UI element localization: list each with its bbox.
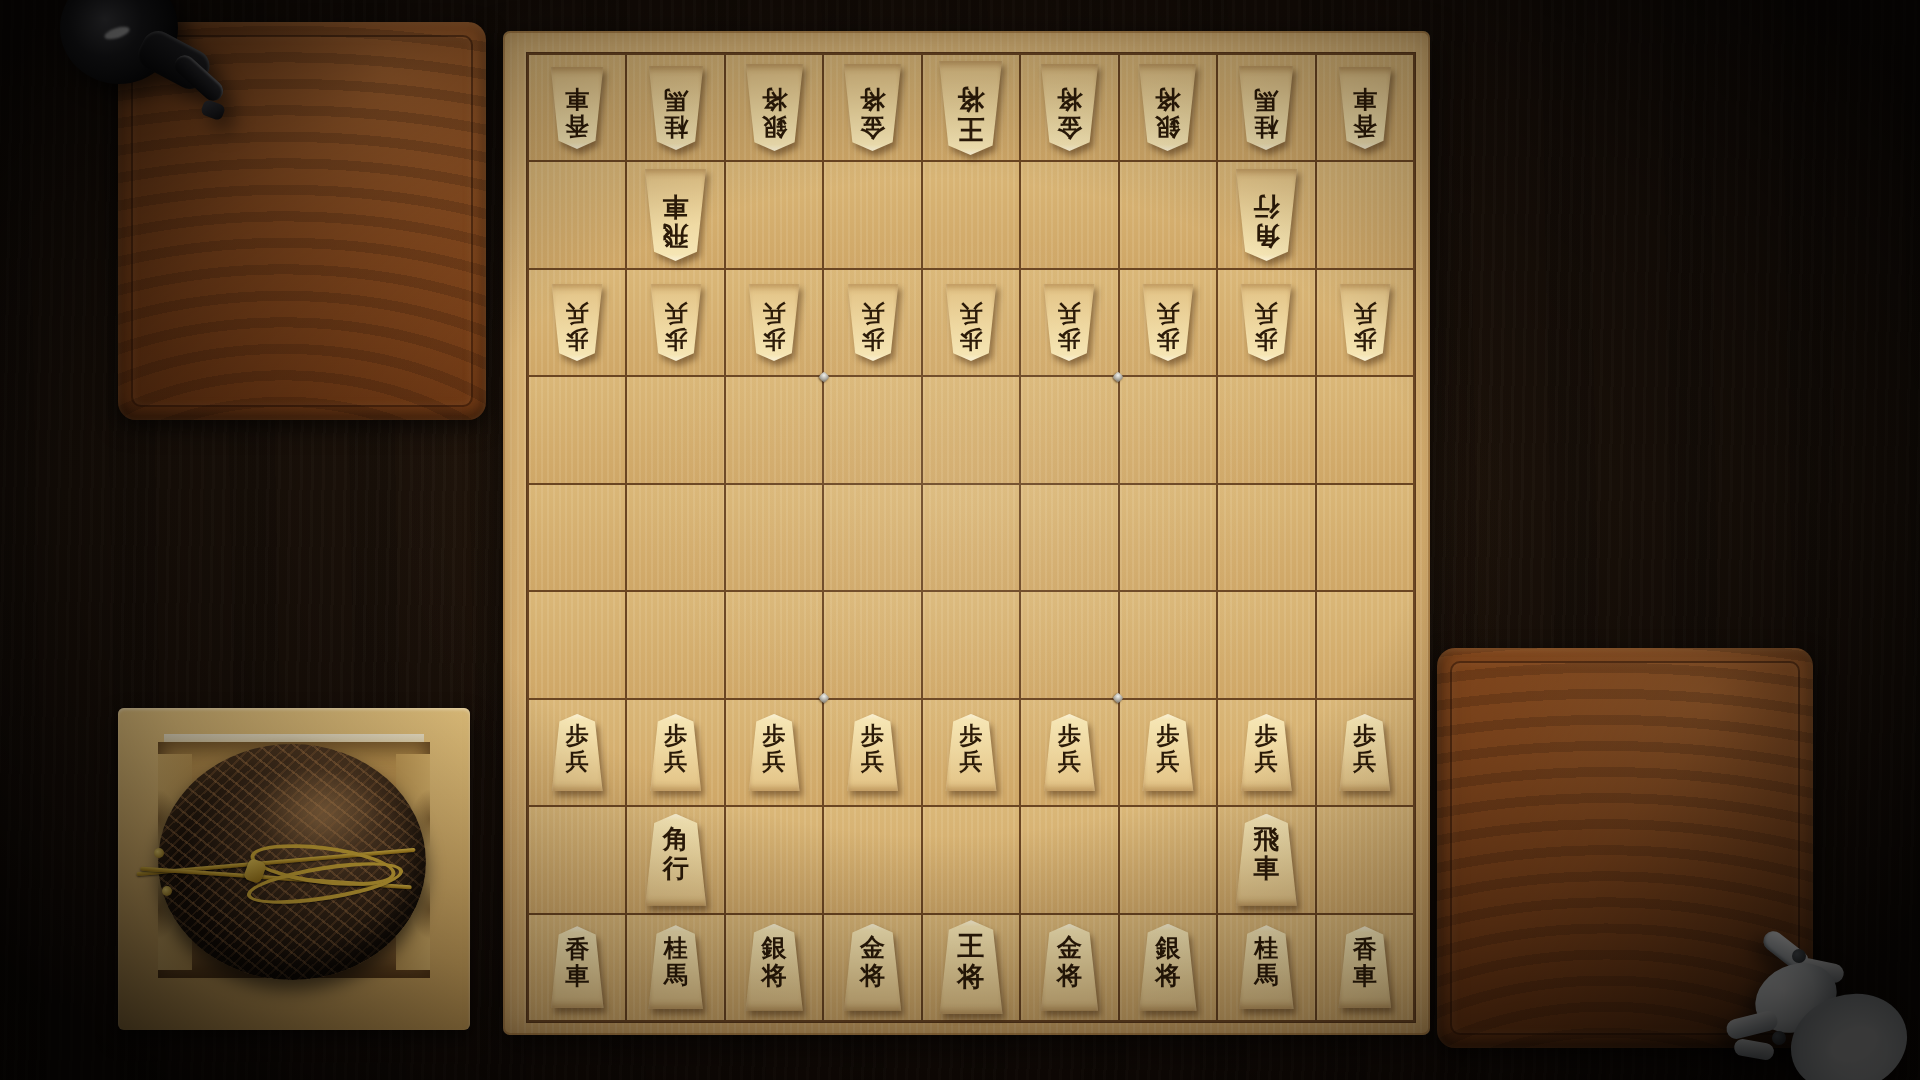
square-5-3[interactable]: 歩兵 — [923, 270, 1019, 375]
piece-kanji: 兵 — [1353, 749, 1376, 775]
piece-face: 歩兵 — [1239, 714, 1293, 791]
square-7-7[interactable]: 歩兵 — [726, 700, 822, 805]
piece-kanji: 兵 — [1255, 749, 1278, 775]
piece-kanji: 飛 — [663, 221, 689, 250]
square-9-9[interactable]: 香車 — [529, 915, 625, 1020]
piece-face: 香車 — [1337, 926, 1393, 1008]
piece-kanji: 車 — [663, 192, 689, 221]
square-1-8[interactable] — [1317, 807, 1413, 912]
square-9-3[interactable]: 歩兵 — [529, 270, 625, 375]
piece-kanji: 兵 — [1255, 301, 1278, 327]
piece-kanji: 歩 — [763, 723, 786, 749]
square-8-4[interactable] — [627, 377, 723, 482]
square-2-9[interactable]: 桂馬 — [1218, 915, 1314, 1020]
piece-sente-pawn[interactable]: 歩兵 — [1338, 714, 1392, 791]
piece-kanji: 車 — [565, 85, 589, 112]
piece-kanji: 歩 — [1058, 326, 1081, 352]
piece-kanji: 兵 — [959, 749, 982, 775]
square-3-8[interactable] — [1120, 807, 1216, 912]
robot-hand — [200, 99, 226, 122]
piece-kanji: 馬 — [664, 962, 688, 989]
square-2-6[interactable] — [1218, 592, 1314, 697]
piece-kanji: 香 — [1353, 936, 1377, 963]
piece-face: 金将 — [1039, 64, 1100, 151]
piece-kanji: 桂 — [1254, 113, 1278, 140]
piece-kanji: 歩 — [1353, 723, 1376, 749]
square-6-8[interactable] — [824, 807, 920, 912]
square-7-8[interactable] — [726, 807, 822, 912]
piece-kanji: 桂 — [664, 935, 688, 962]
square-9-5[interactable] — [529, 485, 625, 590]
piece-sente-lance[interactable]: 香車 — [549, 926, 605, 1008]
piece-kanji: 歩 — [1058, 723, 1081, 749]
piece-face: 金将 — [1039, 924, 1100, 1011]
square-6-7[interactable]: 歩兵 — [824, 700, 920, 805]
square-1-5[interactable] — [1317, 485, 1413, 590]
square-8-7[interactable]: 歩兵 — [627, 700, 723, 805]
piece-sente-knight[interactable]: 桂馬 — [1237, 925, 1295, 1009]
piece-face: 歩兵 — [846, 284, 900, 361]
piece-face: 桂馬 — [647, 66, 705, 150]
piece-sente-pawn[interactable]: 歩兵 — [944, 714, 998, 791]
piece-gote-silver[interactable]: 銀将 — [1137, 64, 1198, 151]
piece-kanji: 金 — [1057, 934, 1082, 962]
piece-face: 金将 — [842, 64, 903, 151]
piece-kanji: 兵 — [763, 301, 786, 327]
piece-sente-pawn[interactable]: 歩兵 — [1141, 714, 1195, 791]
piece-kanji: 将 — [860, 962, 885, 990]
piece-kanji: 香 — [565, 936, 589, 963]
square-3-6[interactable] — [1120, 592, 1216, 697]
bag-cord-tip — [154, 848, 164, 858]
square-5-8[interactable] — [923, 807, 1019, 912]
square-5-7[interactable]: 歩兵 — [923, 700, 1019, 805]
piece-kanji: 歩 — [664, 723, 687, 749]
square-5-4[interactable] — [923, 377, 1019, 482]
square-8-3[interactable]: 歩兵 — [627, 270, 723, 375]
piece-kanji: 歩 — [1156, 326, 1179, 352]
square-6-3[interactable]: 歩兵 — [824, 270, 920, 375]
gote-robot-avatar — [52, 0, 232, 130]
piece-kanji: 金 — [1057, 113, 1082, 141]
piece-kanji: 角 — [663, 825, 689, 854]
piece-gote-knight[interactable]: 桂馬 — [647, 66, 705, 150]
piece-gote-rook[interactable]: 飛車 — [643, 169, 708, 261]
piece-kanji: 馬 — [1254, 962, 1278, 989]
piece-gote-pawn[interactable]: 歩兵 — [1042, 284, 1096, 361]
piece-kanji: 歩 — [861, 723, 884, 749]
piece-kanji: 角 — [1253, 221, 1279, 250]
piece-kanji: 銀 — [762, 113, 787, 141]
square-9-2[interactable] — [529, 162, 625, 267]
piece-sente-rook[interactable]: 飛車 — [1234, 814, 1299, 906]
piece-kanji: 桂 — [1254, 935, 1278, 962]
piece-face: 歩兵 — [944, 284, 998, 361]
shogi-board: 香車桂馬銀将金将王将金将銀将桂馬香車飛車角行歩兵歩兵歩兵歩兵歩兵歩兵歩兵歩兵歩兵… — [503, 31, 1430, 1035]
square-8-1[interactable]: 桂馬 — [627, 55, 723, 160]
piece-kanji: 歩 — [959, 326, 982, 352]
square-2-1[interactable]: 桂馬 — [1218, 55, 1314, 160]
square-1-9[interactable]: 香車 — [1317, 915, 1413, 1020]
square-3-4[interactable] — [1120, 377, 1216, 482]
piece-gote-pawn[interactable]: 歩兵 — [944, 284, 998, 361]
piece-kanji: 兵 — [861, 749, 884, 775]
square-5-9[interactable]: 王将 — [923, 915, 1019, 1020]
square-1-1[interactable]: 香車 — [1317, 55, 1413, 160]
piece-kanji: 兵 — [763, 749, 786, 775]
robot-joint — [1792, 949, 1806, 963]
piece-kanji: 桂 — [664, 113, 688, 140]
piece-face: 歩兵 — [649, 714, 703, 791]
square-2-4[interactable] — [1218, 377, 1314, 482]
square-4-5[interactable] — [1021, 485, 1117, 590]
piece-kanji: 香 — [565, 112, 589, 139]
piece-kanji: 将 — [860, 85, 885, 113]
board-grid-area: 香車桂馬銀将金将王将金将銀将桂馬香車飛車角行歩兵歩兵歩兵歩兵歩兵歩兵歩兵歩兵歩兵… — [527, 53, 1411, 1018]
square-4-7[interactable]: 歩兵 — [1021, 700, 1117, 805]
piece-gote-gold[interactable]: 金将 — [842, 64, 903, 151]
piece-kanji: 歩 — [566, 723, 589, 749]
square-3-2[interactable] — [1120, 162, 1216, 267]
piece-kanji: 歩 — [861, 326, 884, 352]
piece-kanji: 歩 — [763, 326, 786, 352]
piece-box — [118, 708, 470, 1030]
square-3-9[interactable]: 銀将 — [1120, 915, 1216, 1020]
piece-kanji: 金 — [860, 113, 885, 141]
square-9-7[interactable]: 歩兵 — [529, 700, 625, 805]
piece-gote-pawn[interactable]: 歩兵 — [1338, 284, 1392, 361]
piece-kanji: 車 — [565, 963, 589, 990]
piece-sente-pawn[interactable]: 歩兵 — [846, 714, 900, 791]
square-4-9[interactable]: 金将 — [1021, 915, 1117, 1020]
piece-face: 歩兵 — [1338, 284, 1392, 361]
piece-kanji: 車 — [1353, 85, 1377, 112]
piece-gote-gold[interactable]: 金将 — [1039, 64, 1100, 151]
piece-face: 桂馬 — [647, 925, 705, 1009]
square-6-1[interactable]: 金将 — [824, 55, 920, 160]
piece-kanji: 兵 — [566, 749, 589, 775]
piece-face: 飛車 — [1234, 814, 1299, 906]
piece-gote-pawn[interactable]: 歩兵 — [1141, 284, 1195, 361]
square-7-1[interactable]: 銀将 — [726, 55, 822, 160]
piece-face: 歩兵 — [1239, 284, 1293, 361]
piece-face: 銀将 — [744, 924, 805, 1011]
piece-face: 金将 — [842, 924, 903, 1011]
square-3-1[interactable]: 銀将 — [1120, 55, 1216, 160]
piece-sente-bishop[interactable]: 角行 — [643, 814, 708, 906]
square-6-5[interactable] — [824, 485, 920, 590]
square-5-1[interactable]: 王将 — [923, 55, 1019, 160]
piece-kanji: 行 — [1253, 192, 1279, 221]
piece-sente-pawn[interactable]: 歩兵 — [1239, 714, 1293, 791]
piece-gote-pawn[interactable]: 歩兵 — [846, 284, 900, 361]
square-3-5[interactable] — [1120, 485, 1216, 590]
bag-cord-tip — [162, 886, 172, 896]
piece-gote-knight[interactable]: 桂馬 — [1237, 66, 1295, 150]
piece-kanji: 兵 — [959, 301, 982, 327]
piece-kanji: 行 — [663, 854, 689, 883]
square-4-4[interactable] — [1021, 377, 1117, 482]
square-2-7[interactable]: 歩兵 — [1218, 700, 1314, 805]
square-1-7[interactable]: 歩兵 — [1317, 700, 1413, 805]
piece-gote-silver[interactable]: 銀将 — [744, 64, 805, 151]
piece-face: 王将 — [937, 61, 1004, 155]
square-4-3[interactable]: 歩兵 — [1021, 270, 1117, 375]
piece-kanji: 将 — [762, 85, 787, 113]
piece-sente-pawn[interactable]: 歩兵 — [550, 714, 604, 791]
square-8-9[interactable]: 桂馬 — [627, 915, 723, 1020]
piece-gote-pawn[interactable]: 歩兵 — [1239, 284, 1293, 361]
piece-sente-silver[interactable]: 銀将 — [744, 924, 805, 1011]
piece-kanji: 将 — [957, 83, 984, 113]
shogi-scene: 香車桂馬銀将金将王将金将銀将桂馬香車飛車角行歩兵歩兵歩兵歩兵歩兵歩兵歩兵歩兵歩兵… — [0, 0, 1920, 1080]
square-7-3[interactable]: 歩兵 — [726, 270, 822, 375]
piece-kanji: 兵 — [1156, 749, 1179, 775]
piece-kanji: 歩 — [566, 326, 589, 352]
square-2-3[interactable]: 歩兵 — [1218, 270, 1314, 375]
piece-kanji: 香 — [1353, 112, 1377, 139]
piece-face: 飛車 — [643, 169, 708, 261]
square-8-5[interactable] — [627, 485, 723, 590]
piece-face: 角行 — [1234, 169, 1299, 261]
piece-sente-gold[interactable]: 金将 — [1039, 924, 1100, 1011]
square-4-2[interactable] — [1021, 162, 1117, 267]
piece-face: 歩兵 — [1042, 284, 1096, 361]
square-8-2[interactable]: 飛車 — [627, 162, 723, 267]
piece-gote-lance[interactable]: 香車 — [549, 67, 605, 149]
piece-kanji: 歩 — [1156, 723, 1179, 749]
piece-face: 銀将 — [1137, 924, 1198, 1011]
piece-face: 歩兵 — [1042, 714, 1096, 791]
square-6-9[interactable]: 金将 — [824, 915, 920, 1020]
robot-joint — [1772, 1031, 1786, 1045]
piece-sente-knight[interactable]: 桂馬 — [647, 925, 705, 1009]
piece-kanji: 歩 — [1353, 326, 1376, 352]
piece-face: 歩兵 — [1141, 714, 1195, 791]
piece-kanji: 歩 — [1255, 326, 1278, 352]
piece-face: 歩兵 — [747, 284, 801, 361]
square-9-8[interactable] — [529, 807, 625, 912]
piece-kanji: 銀 — [1155, 934, 1180, 962]
square-1-6[interactable] — [1317, 592, 1413, 697]
square-5-5[interactable] — [923, 485, 1019, 590]
square-8-6[interactable] — [627, 592, 723, 697]
piece-face: 銀将 — [1137, 64, 1198, 151]
square-5-2[interactable] — [923, 162, 1019, 267]
square-9-4[interactable] — [529, 377, 625, 482]
piece-kanji: 歩 — [1255, 723, 1278, 749]
piece-kanji: 兵 — [566, 301, 589, 327]
square-2-5[interactable] — [1218, 485, 1314, 590]
sente-robot-avatar — [1732, 943, 1902, 1080]
piece-kanji: 兵 — [1058, 749, 1081, 775]
piece-kanji: 将 — [1057, 85, 1082, 113]
piece-face: 香車 — [549, 926, 605, 1008]
piece-kanji: 兵 — [664, 301, 687, 327]
square-1-3[interactable]: 歩兵 — [1317, 270, 1413, 375]
square-2-2[interactable]: 角行 — [1218, 162, 1314, 267]
square-3-7[interactable]: 歩兵 — [1120, 700, 1216, 805]
piece-kanji: 兵 — [1353, 301, 1376, 327]
square-4-6[interactable] — [1021, 592, 1117, 697]
piece-sente-pawn[interactable]: 歩兵 — [1042, 714, 1096, 791]
piece-face: 歩兵 — [846, 714, 900, 791]
square-4-1[interactable]: 金将 — [1021, 55, 1117, 160]
square-3-3[interactable]: 歩兵 — [1120, 270, 1216, 375]
piece-face: 歩兵 — [1141, 284, 1195, 361]
piece-kanji: 金 — [860, 934, 885, 962]
piece-sente-lance[interactable]: 香車 — [1337, 926, 1393, 1008]
piece-face: 歩兵 — [1338, 714, 1392, 791]
piece-sente-pawn[interactable]: 歩兵 — [747, 714, 801, 791]
piece-face: 銀将 — [744, 64, 805, 151]
piece-kanji: 車 — [1353, 963, 1377, 990]
robot-leg — [1733, 1038, 1775, 1062]
square-7-2[interactable] — [726, 162, 822, 267]
piece-face: 歩兵 — [747, 714, 801, 791]
piece-kanji: 飛 — [1253, 825, 1279, 854]
piece-kanji: 銀 — [762, 934, 787, 962]
piece-face: 王将 — [937, 920, 1004, 1014]
piece-gote-bishop[interactable]: 角行 — [1234, 169, 1299, 261]
piece-kanji: 兵 — [1156, 301, 1179, 327]
square-7-4[interactable] — [726, 377, 822, 482]
piece-face: 桂馬 — [1237, 925, 1295, 1009]
piece-sente-silver[interactable]: 銀将 — [1137, 924, 1198, 1011]
piece-face: 香車 — [549, 67, 605, 149]
piece-kanji: 車 — [1253, 854, 1279, 883]
piece-kanji: 馬 — [664, 86, 688, 113]
piece-kanji: 兵 — [861, 301, 884, 327]
square-7-5[interactable] — [726, 485, 822, 590]
piece-face: 歩兵 — [649, 284, 703, 361]
square-1-2[interactable] — [1317, 162, 1413, 267]
piece-kanji: 将 — [957, 962, 984, 992]
piece-face: 歩兵 — [550, 284, 604, 361]
square-6-4[interactable] — [824, 377, 920, 482]
piece-kanji: 兵 — [664, 749, 687, 775]
piece-gote-pawn[interactable]: 歩兵 — [747, 284, 801, 361]
piece-sente-king[interactable]: 王将 — [937, 920, 1004, 1014]
piece-kanji: 銀 — [1155, 113, 1180, 141]
piece-kanji: 王 — [957, 931, 984, 961]
square-8-8[interactable]: 角行 — [627, 807, 723, 912]
piece-face: 歩兵 — [550, 714, 604, 791]
piece-kanji: 将 — [1057, 962, 1082, 990]
piece-gote-king[interactable]: 王将 — [937, 61, 1004, 155]
piece-face: 角行 — [643, 814, 708, 906]
square-6-2[interactable] — [824, 162, 920, 267]
square-1-4[interactable] — [1317, 377, 1413, 482]
piece-kanji: 馬 — [1254, 86, 1278, 113]
piece-kanji: 将 — [762, 962, 787, 990]
piece-kanji: 王 — [957, 113, 984, 143]
square-6-6[interactable] — [824, 592, 920, 697]
piece-kanji: 歩 — [959, 723, 982, 749]
piece-kanji: 歩 — [664, 326, 687, 352]
square-5-6[interactable] — [923, 592, 1019, 697]
piece-sente-gold[interactable]: 金将 — [842, 924, 903, 1011]
piece-kanji: 将 — [1155, 85, 1180, 113]
square-9-6[interactable] — [529, 592, 625, 697]
piece-face: 桂馬 — [1237, 66, 1295, 150]
square-4-8[interactable] — [1021, 807, 1117, 912]
piece-face: 歩兵 — [944, 714, 998, 791]
square-7-6[interactable] — [726, 592, 822, 697]
board-grid: 香車桂馬銀将金将王将金将銀将桂馬香車飛車角行歩兵歩兵歩兵歩兵歩兵歩兵歩兵歩兵歩兵… — [527, 53, 1415, 1022]
piece-gote-pawn[interactable]: 歩兵 — [550, 284, 604, 361]
square-2-8[interactable]: 飛車 — [1218, 807, 1314, 912]
piece-sente-pawn[interactable]: 歩兵 — [649, 714, 703, 791]
piece-gote-pawn[interactable]: 歩兵 — [649, 284, 703, 361]
piece-gote-lance[interactable]: 香車 — [1337, 67, 1393, 149]
piece-face: 香車 — [1337, 67, 1393, 149]
square-7-9[interactable]: 銀将 — [726, 915, 822, 1020]
square-9-1[interactable]: 香車 — [529, 55, 625, 160]
piece-kanji: 兵 — [1058, 301, 1081, 327]
piece-kanji: 将 — [1155, 962, 1180, 990]
